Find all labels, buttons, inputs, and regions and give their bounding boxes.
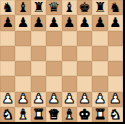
white-pawn[interactable]: ♟	[94, 92, 106, 106]
square-d3[interactable]	[46, 76, 61, 91]
square-g4[interactable]	[92, 61, 107, 76]
square-h3[interactable]	[108, 76, 123, 91]
white-bishop[interactable]: ♝	[17, 107, 29, 121]
square-e7[interactable]: ♟	[62, 15, 77, 30]
black-pawn[interactable]: ♟	[2, 16, 14, 30]
black-knight[interactable]: ♞	[109, 0, 121, 14]
square-f3[interactable]	[77, 76, 92, 91]
square-d8[interactable]: ♛	[46, 0, 61, 15]
square-b3[interactable]	[15, 76, 30, 91]
chess-board-frame: ♞♝♜♛♝♚♜♞♟♟♟♟♟♟♟♟♟♟♟♟♟♟♟♟♞♝♜♛♝♚♜♞	[0, 0, 125, 124]
white-queen[interactable]: ♛	[48, 107, 60, 121]
white-knight[interactable]: ♞	[109, 107, 121, 121]
square-h6[interactable]	[108, 31, 123, 46]
square-c3[interactable]	[31, 76, 46, 91]
black-pawn[interactable]: ♟	[32, 16, 44, 30]
square-e2[interactable]: ♟	[62, 92, 77, 107]
square-h7[interactable]: ♟	[108, 15, 123, 30]
black-pawn[interactable]: ♟	[79, 16, 91, 30]
square-d6[interactable]	[46, 31, 61, 46]
square-h1[interactable]: ♞	[108, 107, 123, 122]
square-g8[interactable]: ♜	[92, 0, 107, 15]
square-b6[interactable]	[15, 31, 30, 46]
black-pawn[interactable]: ♟	[63, 16, 75, 30]
white-pawn[interactable]: ♟	[2, 92, 14, 106]
square-a1[interactable]: ♞	[0, 107, 15, 122]
black-knight[interactable]: ♞	[2, 0, 14, 14]
square-g1[interactable]: ♜	[92, 107, 107, 122]
white-pawn[interactable]: ♟	[48, 92, 60, 106]
black-pawn[interactable]: ♟	[94, 16, 106, 30]
black-queen[interactable]: ♛	[48, 0, 60, 14]
white-rook[interactable]: ♜	[32, 107, 44, 121]
black-rook[interactable]: ♜	[32, 0, 44, 14]
square-f5[interactable]	[77, 46, 92, 61]
square-e4[interactable]	[62, 61, 77, 76]
square-e3[interactable]	[62, 76, 77, 91]
square-f7[interactable]: ♟	[77, 15, 92, 30]
square-c4[interactable]	[31, 61, 46, 76]
square-d1[interactable]: ♛	[46, 107, 61, 122]
white-pawn[interactable]: ♟	[63, 92, 75, 106]
square-c1[interactable]: ♜	[31, 107, 46, 122]
square-a4[interactable]	[0, 61, 15, 76]
square-g3[interactable]	[92, 76, 107, 91]
square-c7[interactable]: ♟	[31, 15, 46, 30]
white-bishop[interactable]: ♝	[63, 107, 75, 121]
square-c2[interactable]: ♟	[31, 92, 46, 107]
square-d7[interactable]: ♟	[46, 15, 61, 30]
square-g5[interactable]	[92, 46, 107, 61]
square-d2[interactable]: ♟	[46, 92, 61, 107]
square-h8[interactable]: ♞	[108, 0, 123, 15]
black-rook[interactable]: ♜	[94, 0, 106, 14]
square-b8[interactable]: ♝	[15, 0, 30, 15]
square-a5[interactable]	[0, 46, 15, 61]
square-f6[interactable]	[77, 31, 92, 46]
square-e5[interactable]	[62, 46, 77, 61]
square-d4[interactable]	[46, 61, 61, 76]
square-e6[interactable]	[62, 31, 77, 46]
square-h2[interactable]: ♟	[108, 92, 123, 107]
square-c5[interactable]	[31, 46, 46, 61]
square-b4[interactable]	[15, 61, 30, 76]
square-c8[interactable]: ♜	[31, 0, 46, 15]
square-b1[interactable]: ♝	[15, 107, 30, 122]
square-f4[interactable]	[77, 61, 92, 76]
square-g6[interactable]	[92, 31, 107, 46]
black-pawn[interactable]: ♟	[48, 16, 60, 30]
white-knight[interactable]: ♞	[2, 107, 14, 121]
black-pawn[interactable]: ♟	[109, 16, 121, 30]
square-d5[interactable]	[46, 46, 61, 61]
black-bishop[interactable]: ♝	[63, 0, 75, 14]
square-a2[interactable]: ♟	[0, 92, 15, 107]
white-pawn[interactable]: ♟	[32, 92, 44, 106]
square-h5[interactable]	[108, 46, 123, 61]
square-g7[interactable]: ♟	[92, 15, 107, 30]
square-b7[interactable]: ♟	[15, 15, 30, 30]
square-e1[interactable]: ♝	[62, 107, 77, 122]
square-b5[interactable]	[15, 46, 30, 61]
white-pawn[interactable]: ♟	[109, 92, 121, 106]
white-rook[interactable]: ♜	[94, 107, 106, 121]
black-pawn[interactable]: ♟	[17, 16, 29, 30]
white-king[interactable]: ♚	[79, 107, 91, 121]
square-f1[interactable]: ♚	[77, 107, 92, 122]
square-g2[interactable]: ♟	[92, 92, 107, 107]
square-c6[interactable]	[31, 31, 46, 46]
white-pawn[interactable]: ♟	[17, 92, 29, 106]
chess-board: ♞♝♜♛♝♚♜♞♟♟♟♟♟♟♟♟♟♟♟♟♟♟♟♟♞♝♜♛♝♚♜♞	[0, 0, 123, 122]
square-h4[interactable]	[108, 61, 123, 76]
square-b2[interactable]: ♟	[15, 92, 30, 107]
white-pawn[interactable]: ♟	[79, 92, 91, 106]
black-king[interactable]: ♚	[79, 0, 91, 14]
square-a8[interactable]: ♞	[0, 0, 15, 15]
square-a3[interactable]	[0, 76, 15, 91]
square-a6[interactable]	[0, 31, 15, 46]
square-f2[interactable]: ♟	[77, 92, 92, 107]
square-e8[interactable]: ♝	[62, 0, 77, 15]
square-a7[interactable]: ♟	[0, 15, 15, 30]
square-f8[interactable]: ♚	[77, 0, 92, 15]
black-bishop[interactable]: ♝	[17, 0, 29, 14]
